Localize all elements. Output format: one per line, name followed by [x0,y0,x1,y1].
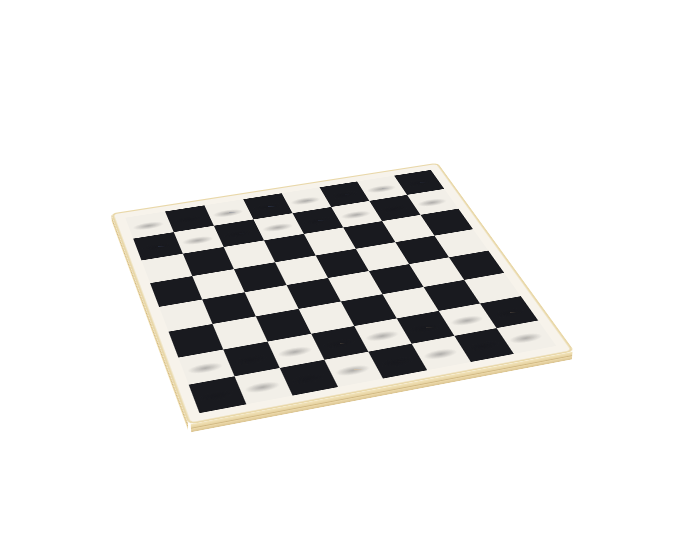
chessboard [111,163,575,425]
chess-set-photo [0,0,700,550]
